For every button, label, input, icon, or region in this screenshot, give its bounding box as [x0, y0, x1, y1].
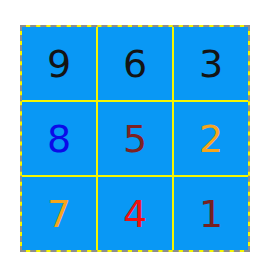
page: 9 6 3 8 5 2 7 4 1 — [0, 0, 271, 279]
cell-r1c1[interactable]: 5 — [98, 102, 172, 175]
cell-r2c0[interactable]: 7 — [22, 177, 96, 250]
cell-r0c0[interactable]: 9 — [22, 27, 96, 100]
number-grid-board: 9 6 3 8 5 2 7 4 1 — [20, 25, 250, 252]
cell-r2c1[interactable]: 4 — [98, 177, 172, 250]
cell-r2c2[interactable]: 1 — [174, 177, 248, 250]
cell-r0c1[interactable]: 6 — [98, 27, 172, 100]
cell-r0c2[interactable]: 3 — [174, 27, 248, 100]
cell-r1c0[interactable]: 8 — [22, 102, 96, 175]
cell-r1c2[interactable]: 2 — [174, 102, 248, 175]
